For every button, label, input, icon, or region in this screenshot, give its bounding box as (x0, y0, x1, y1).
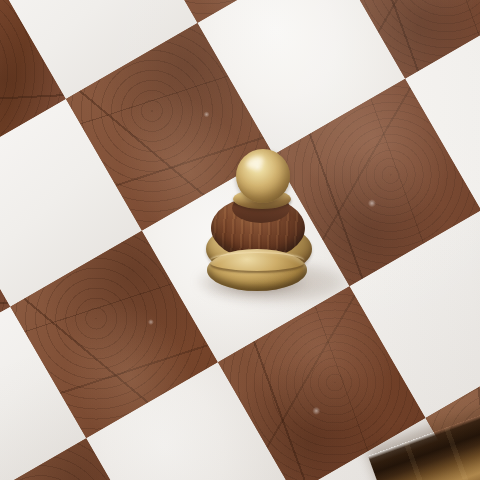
white-pawn[interactable] (180, 135, 340, 305)
pawn-brass-ball-head (236, 149, 290, 203)
chessboard-photo (0, 0, 480, 480)
pawn-base-seam (209, 253, 305, 271)
